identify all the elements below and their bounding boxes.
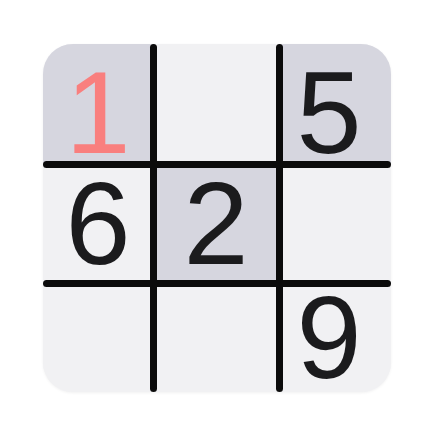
- sudoku-cell-r1c1: 1: [43, 44, 153, 164]
- digit-given: 2: [183, 165, 248, 282]
- sudoku-cell-r3c3: 9: [279, 283, 391, 392]
- digit-given: 1: [65, 54, 130, 171]
- sudoku-board: 1 5 6 2 9: [43, 44, 391, 392]
- grid-line-horizontal-2: [43, 280, 391, 287]
- digit-given: 9: [296, 279, 361, 392]
- grid-line-vertical-2: [276, 44, 283, 392]
- sudoku-cell-r3c1: [43, 283, 153, 392]
- sudoku-cell-r2c3: [279, 164, 391, 283]
- screenshot-canvas: 1 5 6 2 9: [0, 0, 434, 434]
- grid-line-vertical-1: [150, 44, 157, 392]
- sudoku-cell-r1c3: 5: [279, 44, 391, 164]
- digit-given: 6: [65, 165, 130, 282]
- digit-given: 5: [296, 54, 361, 171]
- sudoku-cell-r3c2: [153, 283, 279, 392]
- sudoku-app-icon[interactable]: 1 5 6 2 9: [43, 44, 391, 392]
- sudoku-cell-r2c1: 6: [43, 164, 153, 283]
- grid-line-horizontal-1: [43, 161, 391, 168]
- sudoku-cell-r2c2: 2: [153, 164, 279, 283]
- sudoku-cell-r1c2: [153, 44, 279, 164]
